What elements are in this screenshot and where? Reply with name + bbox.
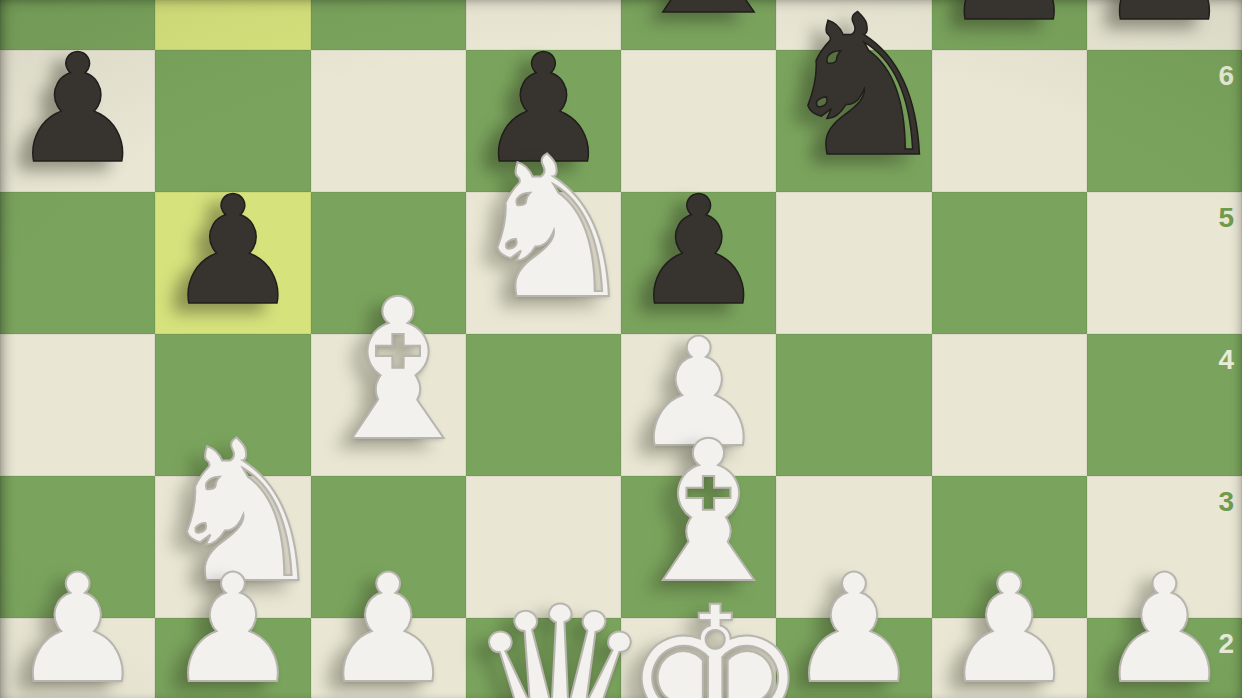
- square-a7[interactable]: [0, 0, 155, 50]
- square-d6[interactable]: [466, 50, 621, 192]
- rank-label-2: 2: [1218, 630, 1234, 658]
- square-g3[interactable]: [932, 476, 1087, 618]
- square-f7[interactable]: [776, 0, 931, 50]
- square-e4[interactable]: [621, 334, 776, 476]
- square-f4[interactable]: [776, 334, 931, 476]
- square-f6[interactable]: [776, 50, 931, 192]
- square-e2[interactable]: [621, 618, 776, 698]
- square-f5[interactable]: [776, 192, 931, 334]
- square-d2[interactable]: [466, 618, 621, 698]
- square-g5[interactable]: [932, 192, 1087, 334]
- square-a3[interactable]: [0, 476, 155, 618]
- square-b7[interactable]: [155, 0, 310, 50]
- square-b2[interactable]: [155, 618, 310, 698]
- square-g4[interactable]: [932, 334, 1087, 476]
- rank-label-3: 3: [1218, 488, 1234, 516]
- square-c5[interactable]: [311, 192, 466, 334]
- square-b3[interactable]: [155, 476, 310, 618]
- square-a6[interactable]: [0, 50, 155, 192]
- square-b4[interactable]: [155, 334, 310, 476]
- chess-board: 65432: [0, 0, 1242, 698]
- square-f3[interactable]: [776, 476, 931, 618]
- square-f2[interactable]: [776, 618, 931, 698]
- square-e6[interactable]: [621, 50, 776, 192]
- square-e7[interactable]: [621, 0, 776, 50]
- square-c3[interactable]: [311, 476, 466, 618]
- square-h4[interactable]: 4: [1087, 334, 1242, 476]
- square-a2[interactable]: [0, 618, 155, 698]
- square-b5[interactable]: [155, 192, 310, 334]
- square-d5[interactable]: [466, 192, 621, 334]
- rank-label-5: 5: [1218, 204, 1234, 232]
- square-h7[interactable]: [1087, 0, 1242, 50]
- square-d4[interactable]: [466, 334, 621, 476]
- square-g6[interactable]: [932, 50, 1087, 192]
- square-c7[interactable]: [311, 0, 466, 50]
- square-a4[interactable]: [0, 334, 155, 476]
- square-e5[interactable]: [621, 192, 776, 334]
- square-a5[interactable]: [0, 192, 155, 334]
- square-g7[interactable]: [932, 0, 1087, 50]
- square-c4[interactable]: [311, 334, 466, 476]
- square-g2[interactable]: [932, 618, 1087, 698]
- square-c6[interactable]: [311, 50, 466, 192]
- square-b6[interactable]: [155, 50, 310, 192]
- square-c2[interactable]: [311, 618, 466, 698]
- square-h5[interactable]: 5: [1087, 192, 1242, 334]
- square-h2[interactable]: 2: [1087, 618, 1242, 698]
- rank-label-4: 4: [1218, 346, 1234, 374]
- square-e3[interactable]: [621, 476, 776, 618]
- square-h6[interactable]: 6: [1087, 50, 1242, 192]
- square-d3[interactable]: [466, 476, 621, 618]
- chess-board-viewport: 65432 ♝♟♟♟♟♞♟♟♞♝♟♞♝♟♟♟♟♟♟♛♚: [0, 0, 1242, 698]
- square-h3[interactable]: 3: [1087, 476, 1242, 618]
- square-d7[interactable]: [466, 0, 621, 50]
- rank-label-6: 6: [1218, 62, 1234, 90]
